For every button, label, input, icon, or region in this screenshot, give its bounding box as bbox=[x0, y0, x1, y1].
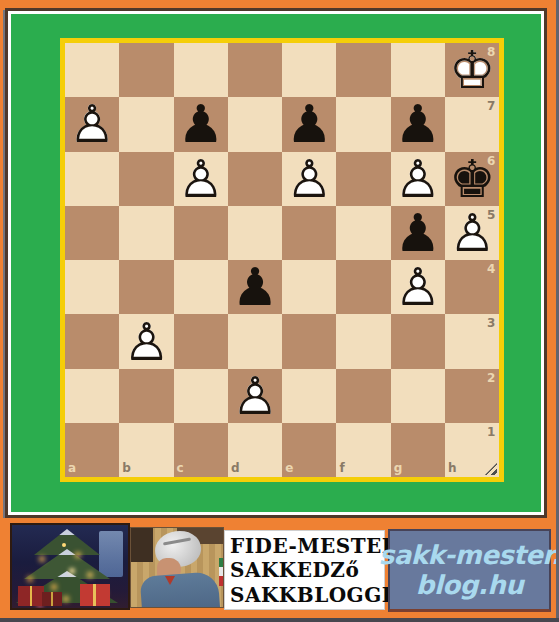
square-f6[interactable] bbox=[336, 152, 390, 206]
gift-box bbox=[80, 584, 110, 606]
page: ♚♔8♟♙♟♟♟7♟♙♟♙♟♙♚6♟♟♙5♟♟♙4♟♙3♟♙2abcdefgh1… bbox=[0, 0, 559, 622]
square-h5[interactable]: ♟♙5 bbox=[445, 206, 499, 260]
square-b6[interactable] bbox=[119, 152, 173, 206]
white-pawn: ♟♙ bbox=[228, 369, 282, 423]
white-pawn: ♟♙ bbox=[391, 152, 445, 206]
coach-jacket bbox=[140, 571, 221, 608]
black-pawn: ♟ bbox=[228, 260, 282, 314]
square-c8[interactable] bbox=[174, 43, 228, 97]
square-h4[interactable]: 4 bbox=[445, 260, 499, 314]
square-e4[interactable] bbox=[282, 260, 336, 314]
rank-label-3: 3 bbox=[487, 316, 495, 330]
square-b3[interactable]: ♟♙ bbox=[119, 314, 173, 368]
blog-url-line-1: sakk-mester. bbox=[379, 542, 559, 568]
square-h7[interactable]: 7 bbox=[445, 97, 499, 151]
black-pawn: ♟ bbox=[391, 97, 445, 151]
flag-detail bbox=[219, 558, 223, 586]
square-d5[interactable] bbox=[228, 206, 282, 260]
square-f8[interactable] bbox=[336, 43, 390, 97]
title-line-2: SAKKEDZő bbox=[230, 560, 384, 580]
square-d4[interactable]: ♟ bbox=[228, 260, 282, 314]
square-c7[interactable]: ♟ bbox=[174, 97, 228, 151]
square-e5[interactable] bbox=[282, 206, 336, 260]
chess-coach-photo bbox=[130, 527, 224, 608]
square-f4[interactable] bbox=[336, 260, 390, 314]
file-label-f: f bbox=[339, 461, 344, 475]
square-d6[interactable] bbox=[228, 152, 282, 206]
square-a3[interactable] bbox=[65, 314, 119, 368]
chess-diagram-frame: ♚♔8♟♙♟♟♟7♟♙♟♙♟♙♚6♟♟♙5♟♟♙4♟♙3♟♙2abcdefgh1 bbox=[5, 8, 547, 518]
square-b5[interactable] bbox=[119, 206, 173, 260]
file-label-b: b bbox=[122, 461, 131, 475]
gift-box bbox=[18, 586, 44, 606]
square-e1[interactable]: e bbox=[282, 423, 336, 477]
square-e2[interactable] bbox=[282, 369, 336, 423]
board-frame: ♚♔8♟♙♟♟♟7♟♙♟♙♟♙♚6♟♟♙5♟♟♙4♟♙3♟♙2abcdefgh1 bbox=[60, 38, 504, 482]
square-a4[interactable] bbox=[65, 260, 119, 314]
footer-banner: FIDE-MESTER SAKKEDZő SAKKBLOGGER sakk-me… bbox=[0, 518, 559, 622]
square-b4[interactable] bbox=[119, 260, 173, 314]
square-a5[interactable] bbox=[65, 206, 119, 260]
rank-label-6: 6 bbox=[487, 154, 495, 168]
white-pawn: ♟♙ bbox=[174, 152, 228, 206]
square-h2[interactable]: 2 bbox=[445, 369, 499, 423]
white-pawn: ♟♙ bbox=[282, 152, 336, 206]
square-g1[interactable]: g bbox=[391, 423, 445, 477]
square-b2[interactable] bbox=[119, 369, 173, 423]
gift-box bbox=[42, 592, 62, 606]
square-f3[interactable] bbox=[336, 314, 390, 368]
square-h6[interactable]: ♚6 bbox=[445, 152, 499, 206]
square-f2[interactable] bbox=[336, 369, 390, 423]
black-pawn: ♟ bbox=[282, 97, 336, 151]
square-e7[interactable]: ♟ bbox=[282, 97, 336, 151]
rank-label-8: 8 bbox=[487, 45, 495, 59]
rank-label-4: 4 bbox=[487, 262, 495, 276]
file-label-c: c bbox=[177, 461, 184, 475]
christmas-tree-photo bbox=[10, 523, 130, 610]
square-h8[interactable]: ♚♔8 bbox=[445, 43, 499, 97]
square-a1[interactable]: a bbox=[65, 423, 119, 477]
square-g6[interactable]: ♟♙ bbox=[391, 152, 445, 206]
square-f5[interactable] bbox=[336, 206, 390, 260]
square-h3[interactable]: 3 bbox=[445, 314, 499, 368]
square-d8[interactable] bbox=[228, 43, 282, 97]
square-g5[interactable]: ♟ bbox=[391, 206, 445, 260]
square-b7[interactable] bbox=[119, 97, 173, 151]
black-pawn: ♟ bbox=[391, 206, 445, 260]
square-d2[interactable]: ♟♙ bbox=[228, 369, 282, 423]
square-a2[interactable] bbox=[65, 369, 119, 423]
square-g4[interactable]: ♟♙ bbox=[391, 260, 445, 314]
rank-label-2: 2 bbox=[487, 371, 495, 385]
square-c2[interactable] bbox=[174, 369, 228, 423]
square-d1[interactable]: d bbox=[228, 423, 282, 477]
square-f1[interactable]: f bbox=[336, 423, 390, 477]
square-b1[interactable]: b bbox=[119, 423, 173, 477]
square-c3[interactable] bbox=[174, 314, 228, 368]
blog-url-line-2: blog.hu bbox=[416, 572, 523, 598]
square-a6[interactable] bbox=[65, 152, 119, 206]
square-g2[interactable] bbox=[391, 369, 445, 423]
square-b8[interactable] bbox=[119, 43, 173, 97]
blog-url-link[interactable]: sakk-mester. blog.hu bbox=[388, 529, 551, 612]
edge-strip bbox=[0, 618, 559, 622]
window-detail bbox=[99, 531, 123, 577]
photo-background-detail bbox=[131, 528, 153, 562]
square-e8[interactable] bbox=[282, 43, 336, 97]
file-label-a: a bbox=[68, 461, 76, 475]
square-a8[interactable] bbox=[65, 43, 119, 97]
tree-lights bbox=[62, 543, 66, 547]
square-c4[interactable] bbox=[174, 260, 228, 314]
square-e6[interactable]: ♟♙ bbox=[282, 152, 336, 206]
square-c1[interactable]: c bbox=[174, 423, 228, 477]
banner-title-box: FIDE-MESTER SAKKEDZő SAKKBLOGGER bbox=[224, 530, 385, 610]
square-d7[interactable] bbox=[228, 97, 282, 151]
rank-label-5: 5 bbox=[487, 208, 495, 222]
title-line-3: SAKKBLOGGER bbox=[230, 585, 384, 605]
square-g7[interactable]: ♟ bbox=[391, 97, 445, 151]
square-a7[interactable]: ♟♙ bbox=[65, 97, 119, 151]
square-c5[interactable] bbox=[174, 206, 228, 260]
rank-label-1: 1 bbox=[487, 425, 495, 439]
file-label-h: h bbox=[448, 461, 457, 475]
white-pawn: ♟♙ bbox=[65, 97, 119, 151]
file-label-g: g bbox=[394, 461, 403, 475]
square-g3[interactable] bbox=[391, 314, 445, 368]
square-e3[interactable] bbox=[282, 314, 336, 368]
chess-board: ♚♔8♟♙♟♟♟7♟♙♟♙♟♙♚6♟♟♙5♟♟♙4♟♙3♟♙2abcdefgh1 bbox=[65, 43, 499, 477]
square-g8[interactable] bbox=[391, 43, 445, 97]
title-line-1: FIDE-MESTER bbox=[230, 536, 384, 556]
square-f7[interactable] bbox=[336, 97, 390, 151]
file-label-e: e bbox=[285, 461, 293, 475]
black-pawn: ♟ bbox=[174, 97, 228, 151]
rank-label-7: 7 bbox=[487, 99, 495, 113]
square-d3[interactable] bbox=[228, 314, 282, 368]
white-pawn: ♟♙ bbox=[391, 260, 445, 314]
white-pawn: ♟♙ bbox=[119, 314, 173, 368]
square-c6[interactable]: ♟♙ bbox=[174, 152, 228, 206]
file-label-d: d bbox=[231, 461, 240, 475]
